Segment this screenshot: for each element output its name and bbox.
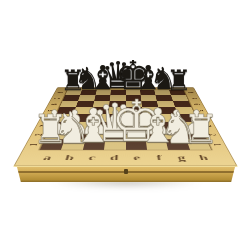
black-rook-h8[interactable]: ♜ [166, 67, 191, 95]
piece-layer: ♜♞♝♛♚♝♞♜♟♟♟♟♟♟♟♟♜♞♝♛♚♝♞♜ [0, 0, 250, 250]
product-photo: abcdefgh 1122334455667788 ♜♞♝♛♚♝♞♜♟♟♟♟♟♟… [0, 0, 250, 250]
white-rook-h1[interactable]: ♜ [183, 110, 219, 150]
